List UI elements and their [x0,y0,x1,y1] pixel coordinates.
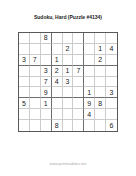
sudoku-cell-r6c7[interactable]: 1 [84,87,95,98]
sudoku-cell-r6c4[interactable] [52,87,63,98]
sudoku-cell-r7c4[interactable] [52,98,63,109]
sudoku-cell-r5c4[interactable]: 4 [52,77,63,88]
sudoku-cell-r3c3[interactable] [41,55,52,66]
sudoku-cell-r3c8[interactable]: 2 [95,55,106,66]
sudoku-cell-r7c6[interactable] [73,98,84,109]
sudoku-cell-r5c6[interactable] [73,77,84,88]
sudoku-cell-r1c3[interactable]: 8 [41,33,52,44]
sudoku-cell-r4c9[interactable] [106,66,117,77]
sudoku-cell-r5c5[interactable]: 3 [63,77,74,88]
sudoku-cell-r4c5[interactable]: 1 [63,66,74,77]
sudoku-cell-r2c3[interactable] [41,44,52,55]
sudoku-cell-r2c4[interactable] [52,44,63,55]
sudoku-cell-r3c1[interactable]: 3 [19,55,30,66]
sudoku-cell-r4c7[interactable] [84,66,95,77]
sudoku-cell-r9c6[interactable] [73,120,84,131]
sudoku-cell-r9c8[interactable] [95,120,106,131]
sudoku-cell-r2c9[interactable]: 4 [106,44,117,55]
sudoku-cell-r8c9[interactable] [106,109,117,120]
sudoku-cell-r3c6[interactable] [73,55,84,66]
sudoku-cell-r4c3[interactable]: 3 [41,66,52,77]
sudoku-cell-r4c4[interactable]: 2 [52,66,63,77]
sudoku-cell-r6c1[interactable] [19,87,30,98]
sudoku-cell-r2c7[interactable] [84,44,95,55]
sudoku-cell-r7c8[interactable]: 8 [95,98,106,109]
sudoku-cell-r7c2[interactable] [30,98,41,109]
sudoku-cell-r2c2[interactable] [30,44,41,55]
sudoku-cell-r6c3[interactable]: 9 [41,87,52,98]
sudoku-cell-r5c9[interactable] [106,77,117,88]
sudoku-cell-r6c5[interactable] [63,87,74,98]
sudoku-cell-r8c3[interactable] [41,109,52,120]
sudoku-cell-r3c7[interactable] [84,55,95,66]
sudoku-cell-r6c6[interactable] [73,87,84,98]
sudoku-cell-r4c6[interactable]: 7 [73,66,84,77]
sudoku-cell-r1c8[interactable] [95,33,106,44]
sudoku-grid: 8214371232177439135198486 [18,32,118,132]
sudoku-cell-r4c8[interactable] [95,66,106,77]
sudoku-cell-r3c9[interactable] [106,55,117,66]
sudoku-cell-r9c7[interactable] [84,120,95,131]
sudoku-cell-r4c1[interactable] [19,66,30,77]
puzzle-title: Sudoku, Hard (Puzzle #4134) [0,14,136,20]
sudoku-cell-r3c5[interactable] [63,55,74,66]
sudoku-cell-r1c9[interactable] [106,33,117,44]
sudoku-cell-r7c7[interactable]: 9 [84,98,95,109]
sudoku-cell-r9c2[interactable] [30,120,41,131]
sudoku-cell-r7c3[interactable]: 1 [41,98,52,109]
sudoku-cell-r9c4[interactable]: 8 [52,120,63,131]
sudoku-cell-r7c1[interactable]: 5 [19,98,30,109]
sudoku-cell-r9c9[interactable]: 6 [106,120,117,131]
sudoku-cell-r9c1[interactable] [19,120,30,131]
sudoku-cell-r2c1[interactable] [19,44,30,55]
sudoku-cell-r5c1[interactable] [19,77,30,88]
sudoku-cell-r1c6[interactable] [73,33,84,44]
sudoku-cell-r7c9[interactable] [106,98,117,109]
sudoku-cell-r7c5[interactable] [63,98,74,109]
sudoku-cell-r2c5[interactable]: 2 [63,44,74,55]
sudoku-cell-r4c2[interactable] [30,66,41,77]
sudoku-cell-r8c2[interactable] [30,109,41,120]
sudoku-cell-r9c3[interactable] [41,120,52,131]
sudoku-cell-r1c1[interactable] [19,33,30,44]
sudoku-cell-r5c3[interactable]: 7 [41,77,52,88]
sudoku-cell-r8c7[interactable]: 4 [84,109,95,120]
sudoku-cell-r3c4[interactable]: 1 [52,55,63,66]
sudoku-cell-r6c9[interactable]: 3 [106,87,117,98]
sudoku-cell-r1c4[interactable] [52,33,63,44]
sudoku-cell-r2c8[interactable]: 1 [95,44,106,55]
sudoku-cell-r1c5[interactable] [63,33,74,44]
sudoku-cell-r8c4[interactable] [52,109,63,120]
sudoku-cell-r5c2[interactable] [30,77,41,88]
footer-url: www.printsudoku.net [0,161,136,166]
sudoku-cell-r1c2[interactable] [30,33,41,44]
sudoku-cell-r5c8[interactable] [95,77,106,88]
sudoku-cell-r6c8[interactable] [95,87,106,98]
sudoku-cell-r8c6[interactable] [73,109,84,120]
sudoku-cell-r3c2[interactable]: 7 [30,55,41,66]
sudoku-cell-r8c8[interactable] [95,109,106,120]
sudoku-cell-r2c6[interactable] [73,44,84,55]
sudoku-cell-r1c7[interactable] [84,33,95,44]
sudoku-cell-r8c5[interactable] [63,109,74,120]
sudoku-cell-r6c2[interactable] [30,87,41,98]
sudoku-cell-r5c7[interactable] [84,77,95,88]
sudoku-cell-r9c5[interactable] [63,120,74,131]
sudoku-cell-r8c1[interactable] [19,109,30,120]
